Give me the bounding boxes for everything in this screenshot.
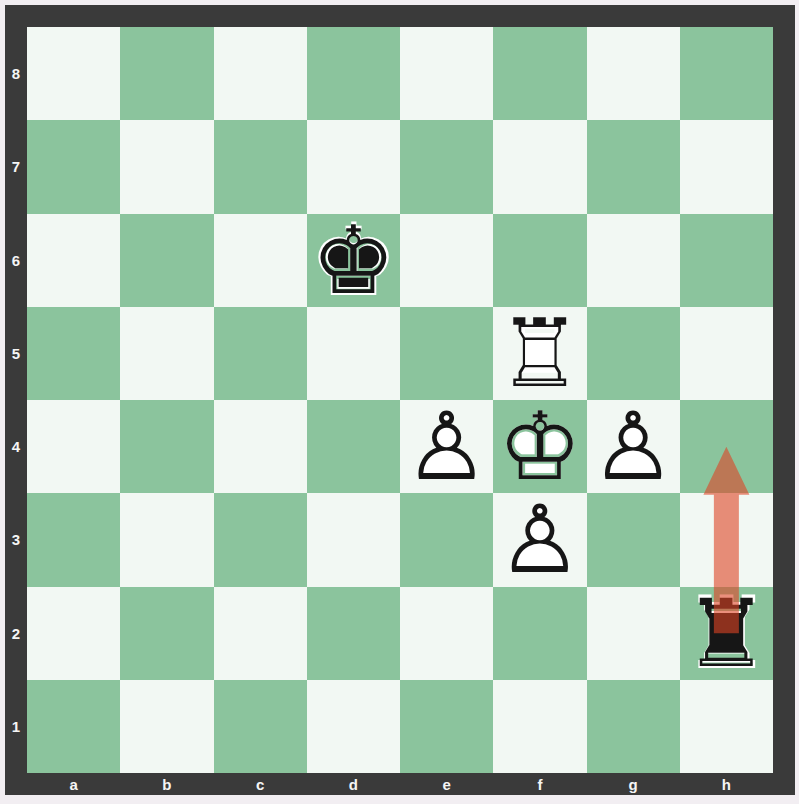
white-pawn[interactable]: ♟♙ — [400, 400, 493, 493]
square-b8[interactable] — [120, 27, 213, 120]
square-c2[interactable] — [214, 587, 307, 680]
square-b4[interactable] — [120, 400, 213, 493]
square-e2[interactable] — [400, 587, 493, 680]
square-c7[interactable] — [214, 120, 307, 213]
square-h3[interactable] — [680, 493, 773, 586]
file-labels: abcdefgh — [27, 773, 773, 795]
page: ♚♚♜♖♟♙♚♔♟♙♟♙♜♜ 87654321 abcdefgh — [0, 0, 799, 804]
square-d6[interactable]: ♚♚ — [307, 214, 400, 307]
white-king-glyph: ♔ — [493, 400, 586, 493]
square-c3[interactable] — [214, 493, 307, 586]
square-b7[interactable] — [120, 120, 213, 213]
file-label-h: h — [680, 773, 773, 795]
black-king[interactable]: ♚♚ — [307, 214, 400, 307]
rank-label-1: 1 — [5, 680, 27, 773]
file-label-c: c — [214, 773, 307, 795]
square-g3[interactable] — [587, 493, 680, 586]
square-a7[interactable] — [27, 120, 120, 213]
square-g4[interactable]: ♟♙ — [587, 400, 680, 493]
square-d1[interactable] — [307, 680, 400, 773]
black-rook-glyph: ♜ — [680, 587, 773, 680]
square-f8[interactable] — [493, 27, 586, 120]
square-g5[interactable] — [587, 307, 680, 400]
square-f7[interactable] — [493, 120, 586, 213]
square-c5[interactable] — [214, 307, 307, 400]
file-label-e: e — [400, 773, 493, 795]
square-e4[interactable]: ♟♙ — [400, 400, 493, 493]
square-f6[interactable] — [493, 214, 586, 307]
square-h7[interactable] — [680, 120, 773, 213]
square-d7[interactable] — [307, 120, 400, 213]
square-e1[interactable] — [400, 680, 493, 773]
square-b1[interactable] — [120, 680, 213, 773]
white-pawn[interactable]: ♟♙ — [493, 493, 586, 586]
white-rook[interactable]: ♜♖ — [493, 307, 586, 400]
square-g1[interactable] — [587, 680, 680, 773]
square-c4[interactable] — [214, 400, 307, 493]
square-h8[interactable] — [680, 27, 773, 120]
square-b3[interactable] — [120, 493, 213, 586]
square-b6[interactable] — [120, 214, 213, 307]
square-a5[interactable] — [27, 307, 120, 400]
square-e8[interactable] — [400, 27, 493, 120]
file-label-b: b — [120, 773, 213, 795]
square-d4[interactable] — [307, 400, 400, 493]
rank-label-8: 8 — [5, 27, 27, 120]
file-label-d: d — [307, 773, 400, 795]
square-a2[interactable] — [27, 587, 120, 680]
square-h5[interactable] — [680, 307, 773, 400]
white-king[interactable]: ♚♔ — [493, 400, 586, 493]
rank-labels: 87654321 — [5, 27, 27, 773]
square-f3[interactable]: ♟♙ — [493, 493, 586, 586]
square-e3[interactable] — [400, 493, 493, 586]
file-label-f: f — [493, 773, 586, 795]
square-g8[interactable] — [587, 27, 680, 120]
square-f2[interactable] — [493, 587, 586, 680]
square-d2[interactable] — [307, 587, 400, 680]
black-king-glyph: ♚ — [307, 214, 400, 307]
square-e5[interactable] — [400, 307, 493, 400]
square-h4[interactable] — [680, 400, 773, 493]
square-a6[interactable] — [27, 214, 120, 307]
rank-label-2: 2 — [5, 587, 27, 680]
square-d8[interactable] — [307, 27, 400, 120]
square-h2[interactable]: ♜♜ — [680, 587, 773, 680]
square-d3[interactable] — [307, 493, 400, 586]
white-pawn-glyph: ♙ — [587, 400, 680, 493]
square-g6[interactable] — [587, 214, 680, 307]
square-g2[interactable] — [587, 587, 680, 680]
square-c1[interactable] — [214, 680, 307, 773]
square-a1[interactable] — [27, 680, 120, 773]
white-pawn-glyph: ♙ — [400, 400, 493, 493]
square-f4[interactable]: ♚♔ — [493, 400, 586, 493]
square-f1[interactable] — [493, 680, 586, 773]
square-b2[interactable] — [120, 587, 213, 680]
white-rook-glyph: ♖ — [493, 307, 586, 400]
square-e6[interactable] — [400, 214, 493, 307]
square-d5[interactable] — [307, 307, 400, 400]
square-g7[interactable] — [587, 120, 680, 213]
square-h6[interactable] — [680, 214, 773, 307]
square-a4[interactable] — [27, 400, 120, 493]
square-e7[interactable] — [400, 120, 493, 213]
rank-label-4: 4 — [5, 400, 27, 493]
black-rook[interactable]: ♜♜ — [680, 587, 773, 680]
square-c6[interactable] — [214, 214, 307, 307]
rank-label-5: 5 — [5, 307, 27, 400]
rank-label-7: 7 — [5, 120, 27, 213]
board-squares: ♚♚♜♖♟♙♚♔♟♙♟♙♜♜ — [27, 27, 773, 773]
square-h1[interactable] — [680, 680, 773, 773]
square-a8[interactable] — [27, 27, 120, 120]
square-a3[interactable] — [27, 493, 120, 586]
file-label-g: g — [587, 773, 680, 795]
square-b5[interactable] — [120, 307, 213, 400]
white-pawn-glyph: ♙ — [493, 493, 586, 586]
rank-label-6: 6 — [5, 214, 27, 307]
file-label-a: a — [27, 773, 120, 795]
square-f5[interactable]: ♜♖ — [493, 307, 586, 400]
rank-label-3: 3 — [5, 493, 27, 586]
white-pawn[interactable]: ♟♙ — [587, 400, 680, 493]
square-c8[interactable] — [214, 27, 307, 120]
chess-board: ♚♚♜♖♟♙♚♔♟♙♟♙♜♜ 87654321 abcdefgh — [5, 5, 795, 795]
